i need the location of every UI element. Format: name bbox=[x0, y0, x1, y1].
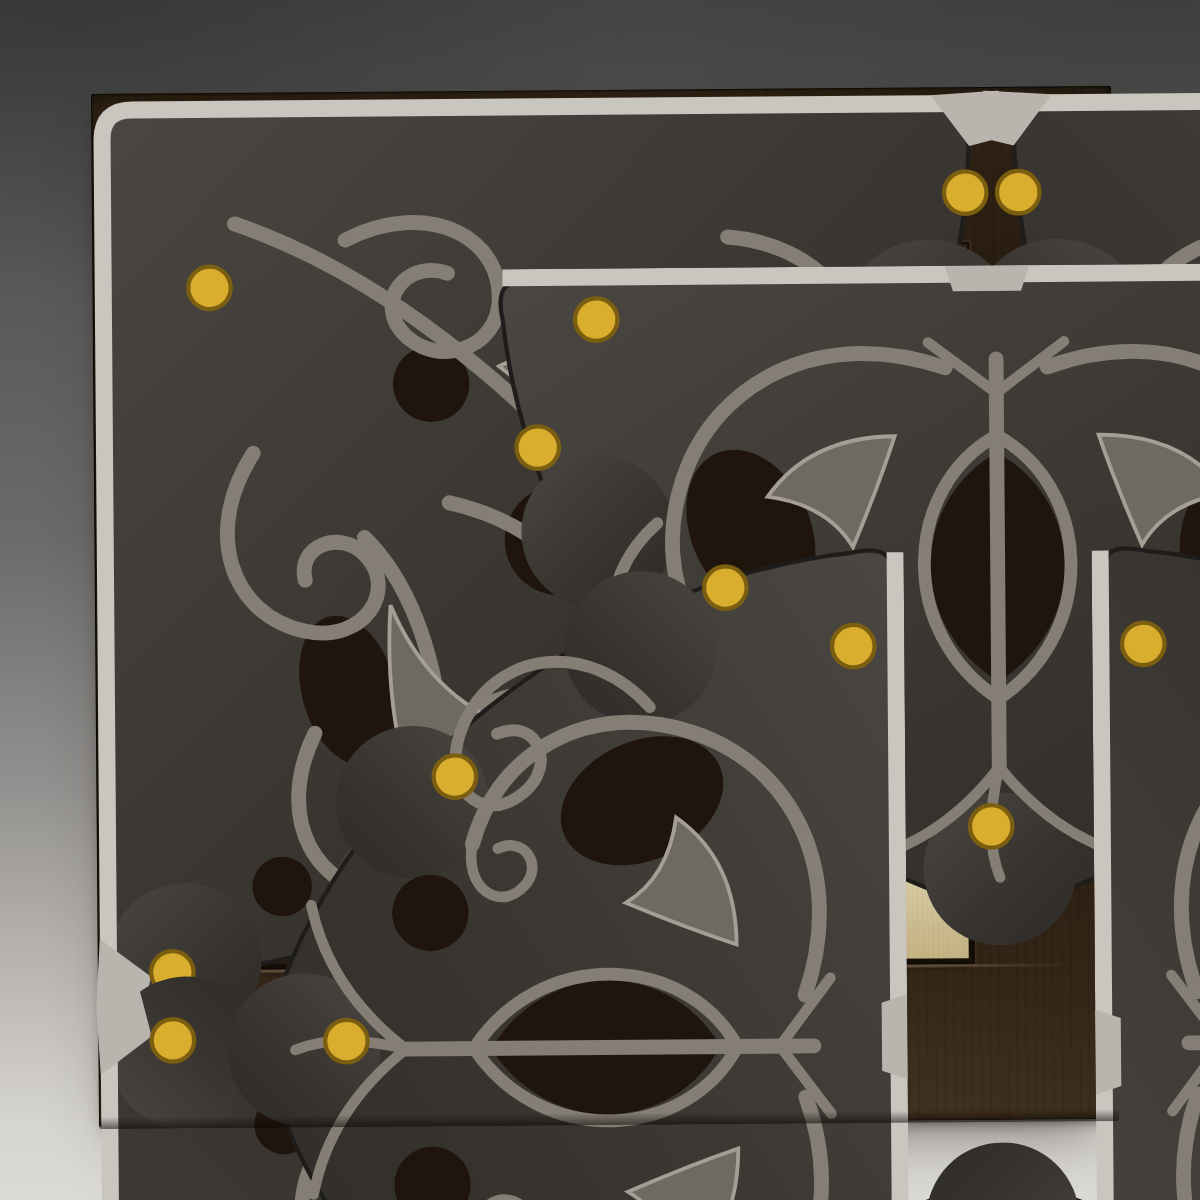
square-f6 bbox=[700, 428, 787, 515]
square-c1 bbox=[436, 876, 523, 963]
square-a6 bbox=[255, 431, 342, 518]
square-f3 bbox=[702, 695, 789, 782]
square-e6 bbox=[611, 429, 698, 516]
square-d6 bbox=[522, 429, 609, 516]
square-e8 bbox=[610, 250, 697, 337]
square-f2 bbox=[703, 784, 790, 871]
edge-mount-bottom-center bbox=[491, 962, 1200, 1200]
square-d4 bbox=[523, 607, 610, 694]
photo-stage bbox=[0, 0, 1200, 1200]
square-b3 bbox=[346, 698, 433, 785]
square-c6 bbox=[433, 430, 520, 517]
square-b1 bbox=[347, 876, 434, 963]
square-g3 bbox=[791, 694, 878, 781]
playfield bbox=[249, 244, 973, 968]
square-b6 bbox=[344, 431, 431, 518]
square-d5 bbox=[523, 518, 610, 605]
square-a3 bbox=[257, 699, 344, 786]
square-g8 bbox=[788, 249, 875, 336]
square-e3 bbox=[613, 696, 700, 783]
square-e2 bbox=[614, 785, 701, 872]
square-d7 bbox=[521, 340, 608, 427]
square-b2 bbox=[347, 787, 434, 874]
square-b5 bbox=[344, 520, 431, 607]
square-c3 bbox=[435, 697, 522, 784]
square-c7 bbox=[432, 341, 519, 428]
chessboard bbox=[91, 86, 1119, 1127]
square-h8 bbox=[877, 248, 964, 335]
square-c2 bbox=[436, 786, 523, 873]
square-g5 bbox=[790, 516, 877, 603]
square-d3 bbox=[524, 697, 611, 784]
square-a4 bbox=[256, 610, 343, 697]
square-f5 bbox=[701, 517, 788, 604]
square-f7 bbox=[700, 339, 787, 426]
square-a8 bbox=[253, 253, 340, 340]
square-b8 bbox=[342, 252, 429, 339]
square-d2 bbox=[525, 786, 612, 873]
square-a1 bbox=[258, 877, 345, 964]
square-c4 bbox=[434, 608, 521, 695]
square-e5 bbox=[612, 518, 699, 605]
square-c5 bbox=[434, 519, 521, 606]
square-h1 bbox=[882, 872, 969, 959]
square-h7 bbox=[878, 337, 965, 424]
square-g1 bbox=[793, 873, 880, 960]
square-h2 bbox=[881, 783, 968, 870]
square-h5 bbox=[879, 516, 966, 603]
square-g2 bbox=[792, 784, 879, 871]
square-c8 bbox=[431, 252, 518, 339]
square-d8 bbox=[521, 251, 608, 338]
square-f8 bbox=[699, 250, 786, 337]
square-e1 bbox=[615, 874, 702, 961]
square-e4 bbox=[613, 607, 700, 694]
square-b4 bbox=[345, 609, 432, 696]
square-h6 bbox=[878, 426, 965, 513]
square-d1 bbox=[525, 875, 612, 962]
square-a5 bbox=[255, 520, 342, 607]
square-f1 bbox=[704, 873, 791, 960]
square-g6 bbox=[789, 427, 876, 514]
square-a2 bbox=[257, 788, 344, 875]
square-g7 bbox=[789, 338, 876, 425]
square-h4 bbox=[880, 605, 967, 692]
square-b7 bbox=[343, 341, 430, 428]
square-e7 bbox=[610, 339, 697, 426]
square-g4 bbox=[791, 605, 878, 692]
square-h3 bbox=[881, 694, 968, 781]
square-f4 bbox=[702, 606, 789, 693]
square-a7 bbox=[254, 342, 341, 429]
